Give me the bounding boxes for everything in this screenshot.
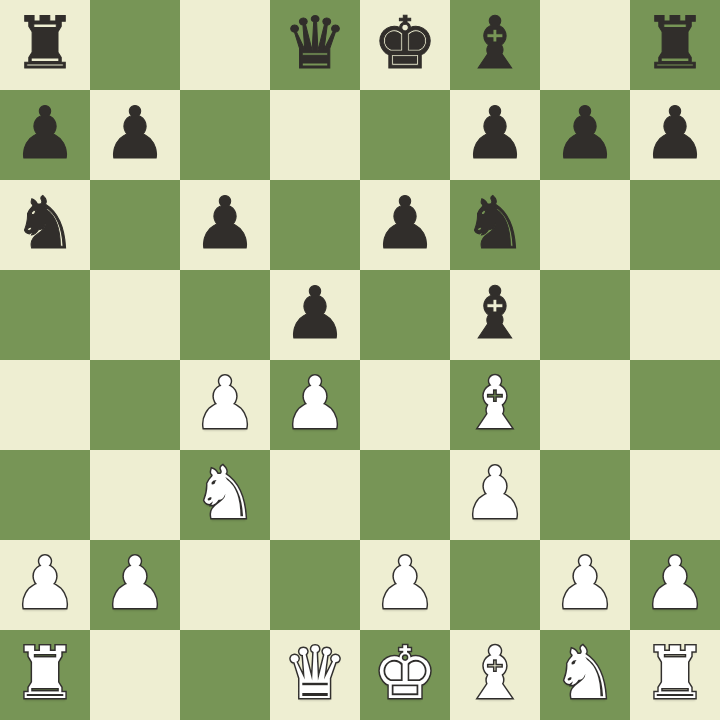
square-f2[interactable]	[450, 540, 540, 630]
piece-white-pawn[interactable]: ♟	[643, 538, 708, 628]
square-g4[interactable]	[540, 360, 630, 450]
square-e8[interactable]: ♚	[360, 0, 450, 90]
square-f1[interactable]: ♝	[450, 630, 540, 720]
piece-white-pawn[interactable]: ♟	[463, 448, 528, 538]
square-d8[interactable]: ♛	[270, 0, 360, 90]
piece-white-knight[interactable]: ♞	[553, 628, 618, 718]
piece-black-knight[interactable]: ♞	[13, 178, 78, 268]
square-a7[interactable]: ♟	[0, 90, 90, 180]
square-b4[interactable]	[90, 360, 180, 450]
square-d7[interactable]	[270, 90, 360, 180]
piece-black-pawn[interactable]: ♟	[553, 88, 618, 178]
piece-white-knight[interactable]: ♞	[193, 448, 258, 538]
square-c3[interactable]: ♞	[180, 450, 270, 540]
piece-black-knight[interactable]: ♞	[463, 178, 528, 268]
square-g3[interactable]	[540, 450, 630, 540]
square-c5[interactable]	[180, 270, 270, 360]
square-b7[interactable]: ♟	[90, 90, 180, 180]
piece-black-king[interactable]: ♚	[373, 0, 438, 88]
square-f8[interactable]: ♝	[450, 0, 540, 90]
square-a6[interactable]: ♞	[0, 180, 90, 270]
piece-black-queen[interactable]: ♛	[283, 0, 348, 88]
square-b5[interactable]	[90, 270, 180, 360]
square-a5[interactable]	[0, 270, 90, 360]
square-e4[interactable]	[360, 360, 450, 450]
piece-white-pawn[interactable]: ♟	[373, 538, 438, 628]
piece-white-king[interactable]: ♚	[373, 628, 438, 718]
square-d2[interactable]	[270, 540, 360, 630]
square-h2[interactable]: ♟	[630, 540, 720, 630]
piece-black-pawn[interactable]: ♟	[193, 178, 258, 268]
square-g1[interactable]: ♞	[540, 630, 630, 720]
square-d1[interactable]: ♛	[270, 630, 360, 720]
piece-white-bishop[interactable]: ♝	[463, 358, 528, 448]
piece-black-rook[interactable]: ♜	[13, 0, 78, 88]
piece-black-bishop[interactable]: ♝	[463, 268, 528, 358]
square-e5[interactable]	[360, 270, 450, 360]
piece-black-pawn[interactable]: ♟	[103, 88, 168, 178]
square-b2[interactable]: ♟	[90, 540, 180, 630]
square-f5[interactable]: ♝	[450, 270, 540, 360]
square-h4[interactable]	[630, 360, 720, 450]
piece-white-bishop[interactable]: ♝	[463, 628, 528, 718]
piece-black-pawn[interactable]: ♟	[283, 268, 348, 358]
piece-black-bishop[interactable]: ♝	[463, 0, 528, 88]
square-d5[interactable]: ♟	[270, 270, 360, 360]
square-h7[interactable]: ♟	[630, 90, 720, 180]
square-a4[interactable]	[0, 360, 90, 450]
square-b3[interactable]	[90, 450, 180, 540]
piece-black-pawn[interactable]: ♟	[643, 88, 708, 178]
square-f6[interactable]: ♞	[450, 180, 540, 270]
square-h5[interactable]	[630, 270, 720, 360]
square-c8[interactable]	[180, 0, 270, 90]
piece-white-rook[interactable]: ♜	[643, 628, 708, 718]
square-g7[interactable]: ♟	[540, 90, 630, 180]
square-f3[interactable]: ♟	[450, 450, 540, 540]
square-e3[interactable]	[360, 450, 450, 540]
piece-white-rook[interactable]: ♜	[13, 628, 78, 718]
square-c6[interactable]: ♟	[180, 180, 270, 270]
square-h1[interactable]: ♜	[630, 630, 720, 720]
square-h8[interactable]: ♜	[630, 0, 720, 90]
square-e2[interactable]: ♟	[360, 540, 450, 630]
square-a3[interactable]	[0, 450, 90, 540]
square-b1[interactable]	[90, 630, 180, 720]
piece-white-pawn[interactable]: ♟	[103, 538, 168, 628]
square-a8[interactable]: ♜	[0, 0, 90, 90]
piece-white-pawn[interactable]: ♟	[283, 358, 348, 448]
square-h3[interactable]	[630, 450, 720, 540]
square-d3[interactable]	[270, 450, 360, 540]
square-a2[interactable]: ♟	[0, 540, 90, 630]
piece-black-pawn[interactable]: ♟	[373, 178, 438, 268]
square-g6[interactable]	[540, 180, 630, 270]
square-e7[interactable]	[360, 90, 450, 180]
square-g5[interactable]	[540, 270, 630, 360]
piece-white-pawn[interactable]: ♟	[553, 538, 618, 628]
square-b6[interactable]	[90, 180, 180, 270]
square-g8[interactable]	[540, 0, 630, 90]
piece-black-pawn[interactable]: ♟	[463, 88, 528, 178]
square-e1[interactable]: ♚	[360, 630, 450, 720]
square-d4[interactable]: ♟	[270, 360, 360, 450]
piece-white-pawn[interactable]: ♟	[13, 538, 78, 628]
square-g2[interactable]: ♟	[540, 540, 630, 630]
piece-black-rook[interactable]: ♜	[643, 0, 708, 88]
square-f7[interactable]: ♟	[450, 90, 540, 180]
square-b8[interactable]	[90, 0, 180, 90]
square-f4[interactable]: ♝	[450, 360, 540, 450]
square-c2[interactable]	[180, 540, 270, 630]
square-a1[interactable]: ♜	[0, 630, 90, 720]
square-h6[interactable]	[630, 180, 720, 270]
piece-black-pawn[interactable]: ♟	[13, 88, 78, 178]
square-c4[interactable]: ♟	[180, 360, 270, 450]
square-c1[interactable]	[180, 630, 270, 720]
piece-white-queen[interactable]: ♛	[283, 628, 348, 718]
piece-white-pawn[interactable]: ♟	[193, 358, 258, 448]
square-c7[interactable]	[180, 90, 270, 180]
chess-board[interactable]: ♜♛♚♝♜♟♟♟♟♟♞♟♟♞♟♝♟♟♝♞♟♟♟♟♟♟♜♛♚♝♞♜	[0, 0, 720, 720]
square-e6[interactable]: ♟	[360, 180, 450, 270]
square-d6[interactable]	[270, 180, 360, 270]
